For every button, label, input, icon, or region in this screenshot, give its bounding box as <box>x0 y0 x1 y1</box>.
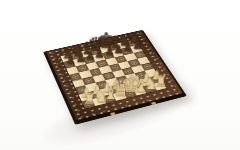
brass-hinge-icon <box>110 112 115 115</box>
square-g7[interactable]: ♟ <box>120 47 133 55</box>
product-photo: ♜♞♝♛♚♝♞♜♟♟♟♟♟♟♟♟♟♟♟♟♟♟♟♟♜♞♝♛♚♝♞♜ <box>0 0 240 150</box>
board-field: ♜♞♝♛♚♝♞♜♟♟♟♟♟♟♟♟♟♟♟♟♟♟♟♟♜♞♝♛♚♝♞♜ <box>60 39 166 108</box>
white-rook-piece: ♜ <box>154 75 167 89</box>
brass-hinge-icon <box>151 102 156 105</box>
square-h6[interactable] <box>133 51 146 59</box>
black-rook-piece: ♜ <box>128 33 140 46</box>
square-a1[interactable]: ♜ <box>82 99 96 109</box>
chessboard: ♜♞♝♛♚♝♞♜♟♟♟♟♟♟♟♟♟♟♟♟♟♟♟♟♜♞♝♛♚♝♞♜ <box>43 30 187 125</box>
board-scene: ♜♞♝♛♚♝♞♜♟♟♟♟♟♟♟♟♟♟♟♟♟♟♟♟♜♞♝♛♚♝♞♜ <box>56 17 168 129</box>
